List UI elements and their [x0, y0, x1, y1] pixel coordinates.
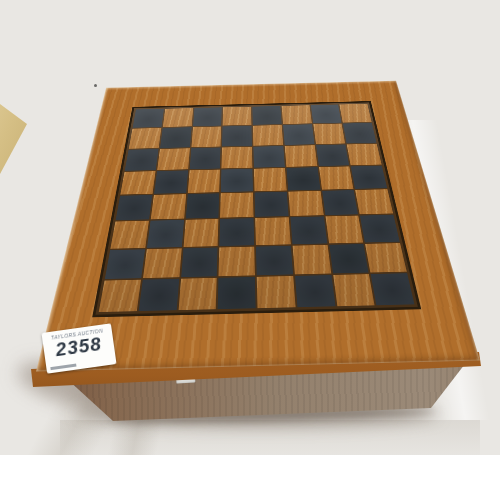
- square-r4c8: [351, 165, 387, 188]
- square-r8c5: [257, 276, 296, 308]
- square-r1c3: [193, 107, 222, 126]
- square-r5c8: [355, 189, 393, 214]
- square-r3c6: [285, 145, 317, 167]
- square-r6c6: [290, 217, 327, 244]
- square-r6c4: [220, 218, 255, 245]
- square-r7c1: [105, 249, 145, 279]
- square-r6c5: [255, 217, 290, 244]
- square-r4c1: [120, 171, 155, 195]
- square-r5c1: [116, 195, 153, 220]
- square-r8c6: [295, 275, 335, 307]
- square-r8c2: [138, 279, 178, 312]
- square-r3c8: [347, 143, 382, 165]
- backdrop-speck: [94, 84, 97, 87]
- square-r2c4: [222, 126, 252, 146]
- square-r1c7: [311, 105, 342, 124]
- square-r7c3: [181, 247, 218, 277]
- square-r7c8: [365, 243, 406, 273]
- square-r7c2: [143, 248, 182, 278]
- square-r5c3: [185, 193, 219, 218]
- square-r7c4: [219, 246, 255, 276]
- square-r4c5: [254, 168, 287, 191]
- square-r1c8: [340, 104, 372, 123]
- square-r8c1: [99, 279, 141, 312]
- square-r1c2: [163, 108, 193, 127]
- square-r2c7: [313, 124, 345, 144]
- square-r1c4: [223, 107, 252, 126]
- square-r5c6: [288, 191, 323, 216]
- square-r3c5: [253, 146, 284, 168]
- auction-photo: TAYLORS AUCTION 2358: [0, 0, 500, 500]
- square-r6c2: [147, 220, 184, 247]
- square-r3c2: [157, 148, 190, 170]
- square-r8c8: [371, 273, 415, 305]
- square-r2c5: [253, 125, 283, 145]
- square-r4c3: [187, 169, 220, 192]
- square-r7c5: [256, 245, 293, 275]
- square-r7c6: [292, 244, 330, 274]
- square-r5c7: [322, 190, 358, 215]
- square-r2c3: [191, 127, 221, 147]
- square-r4c7: [319, 166, 354, 189]
- square-r2c6: [283, 124, 314, 144]
- square-r4c6: [286, 167, 320, 190]
- square-r5c4: [220, 193, 253, 218]
- square-r5c2: [150, 194, 185, 219]
- square-r5c5: [255, 192, 289, 217]
- chess-board: [92, 101, 421, 317]
- square-r3c4: [222, 146, 253, 168]
- square-r7c7: [329, 244, 369, 274]
- square-r4c2: [154, 170, 188, 194]
- square-r6c1: [110, 221, 148, 249]
- square-r1c6: [281, 105, 311, 124]
- label-fine-print: [50, 364, 76, 371]
- square-r8c7: [333, 274, 375, 306]
- square-r6c3: [183, 219, 218, 246]
- square-r3c3: [189, 147, 220, 169]
- square-r3c7: [316, 144, 350, 166]
- square-r1c5: [252, 106, 281, 125]
- square-r8c3: [178, 278, 217, 311]
- square-r3c1: [125, 149, 159, 171]
- square-r2c1: [129, 128, 161, 148]
- square-r8c4: [218, 277, 256, 309]
- square-r6c7: [325, 216, 363, 243]
- photo-white-margin: [0, 455, 500, 500]
- square-r2c2: [160, 127, 191, 147]
- square-r6c8: [360, 215, 400, 242]
- square-r2c8: [343, 123, 376, 143]
- square-r4c4: [221, 169, 253, 192]
- square-r1c1: [133, 109, 164, 128]
